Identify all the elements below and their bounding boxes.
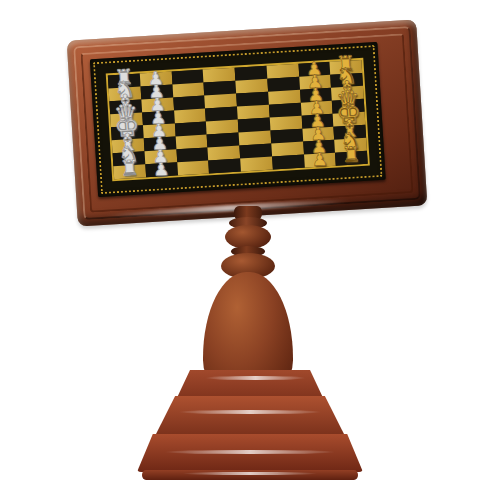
frame-gloss-highlight	[105, 198, 350, 219]
board-square	[240, 157, 272, 172]
piece-silver-pawn: ♟	[151, 135, 168, 151]
piece-gold-pawn: ♟	[307, 86, 324, 102]
board-square	[272, 155, 304, 170]
board-square: ♟	[304, 153, 336, 168]
base-lip	[142, 470, 358, 480]
base-step-middle	[154, 396, 346, 438]
gold-border-line: ♜♟♟♜♞♟♟♞♝♟♟♝♛♟♟♛♚♟♟♚♝♟♟♝♞♟♟♞♜♟♟♜	[106, 58, 370, 182]
piece-gold-pawn: ♟	[309, 112, 326, 128]
piece-silver-pawn: ♟	[153, 161, 170, 177]
board-square: ♟	[145, 162, 177, 177]
piece-silver-pawn: ♟	[147, 70, 164, 86]
piece-silver-pawn: ♟	[148, 83, 165, 99]
piece-gold-pawn: ♟	[306, 60, 323, 76]
piece-gold-pawn: ♟	[310, 125, 327, 141]
piece-silver-pawn: ♟	[149, 96, 166, 112]
piece-gold-pawn: ♟	[311, 151, 328, 167]
board-square	[208, 158, 240, 173]
piece-silver-rook: ♜	[114, 69, 134, 88]
bead-border: ♜♟♟♜♞♟♟♞♝♟♟♝♛♟♟♛♚♟♟♚♝♟♟♝♞♟♟♞♜♟♟♜	[93, 45, 383, 194]
miniature-chess-table-photo: ♜♟♟♜♞♟♟♞♝♟♟♝♛♟♟♛♚♟♟♚♝♟♟♝♞♟♟♞♜♟♟♜	[0, 0, 500, 500]
piece-gold-pawn: ♟	[310, 138, 327, 154]
base-step-bottom	[137, 434, 363, 472]
piece-gold-rook: ♜	[336, 55, 356, 74]
table-top: ♜♟♟♜♞♟♟♞♝♟♟♝♛♟♟♛♚♟♟♚♝♟♟♝♞♟♟♞♜♟♟♜	[67, 19, 428, 226]
table-base	[137, 366, 363, 482]
piece-silver-pawn: ♟	[150, 122, 167, 138]
chess-board: ♜♟♟♜♞♟♟♞♝♟♟♝♛♟♟♛♚♟♟♚♝♟♟♝♞♟♟♞♜♟♟♜	[108, 60, 368, 179]
board-panel: ♜♟♟♜♞♟♟♞♝♟♟♝♛♟♟♛♚♟♟♚♝♟♟♝♞♟♟♞♜♟♟♜	[90, 42, 386, 197]
board-square	[177, 160, 209, 175]
piece-silver-pawn: ♟	[152, 148, 169, 164]
board-square: ♜	[335, 151, 367, 166]
board-square: ♜	[113, 164, 145, 179]
piece-silver-pawn: ♟	[150, 109, 167, 125]
piece-gold-pawn: ♟	[306, 73, 323, 89]
piece-gold-pawn: ♟	[308, 99, 325, 115]
